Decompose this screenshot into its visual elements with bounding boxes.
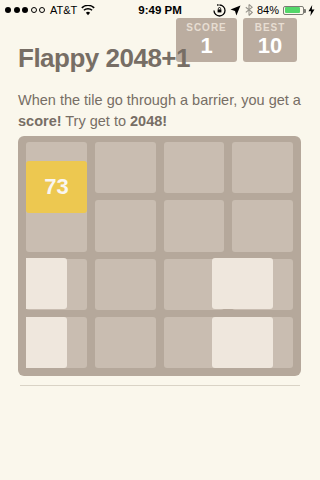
game-board[interactable]: 73	[18, 136, 301, 376]
signal-dot	[39, 7, 45, 13]
battery-nub	[304, 9, 306, 13]
tile-layer: 73	[18, 136, 301, 376]
barrier-tile	[212, 258, 273, 309]
intro-seg1: When the tile go through a barrier, you …	[18, 92, 301, 108]
barrier-tile	[212, 317, 273, 368]
divider	[20, 385, 300, 386]
charging-bolt-icon	[308, 5, 315, 16]
battery-icon	[283, 6, 304, 15]
barrier-tile	[26, 258, 67, 309]
best-value: 10	[258, 33, 282, 59]
status-right: 84%	[213, 4, 315, 17]
signal-dots-icon	[5, 7, 45, 13]
page-title: Flappy 2048+1	[18, 44, 190, 72]
status-left: AT&T	[5, 4, 95, 16]
status-bar: AT&T 9:49 PM 84%	[0, 0, 320, 20]
signal-dot	[31, 7, 37, 13]
number-tile-value: 73	[44, 174, 68, 200]
intro-bold-score: score!	[18, 113, 62, 129]
signal-dot	[22, 7, 28, 13]
intro-text: When the tile go through a barrier, you …	[18, 90, 304, 132]
app-screen: AT&T 9:49 PM 84%	[0, 0, 320, 480]
score-value: 1	[200, 33, 212, 59]
battery-percent-label: 84%	[257, 4, 279, 16]
best-box: BEST 10	[243, 18, 297, 62]
score-label: SCORE	[186, 22, 227, 33]
carrier-label: AT&T	[50, 4, 77, 16]
signal-dot	[5, 7, 11, 13]
score-row: SCORE 1 BEST 10	[176, 18, 297, 62]
orientation-lock-icon	[213, 4, 226, 17]
signal-dot	[14, 7, 20, 13]
intro-seg2: Try get to	[62, 113, 131, 129]
battery-fill	[285, 7, 301, 13]
best-label: BEST	[255, 22, 286, 33]
intro-bold-2048: 2048!	[130, 113, 167, 129]
wifi-icon	[81, 5, 95, 16]
barrier-tile	[26, 317, 67, 368]
bluetooth-icon	[245, 4, 253, 16]
location-icon	[230, 5, 241, 16]
number-tile: 73	[26, 161, 87, 213]
